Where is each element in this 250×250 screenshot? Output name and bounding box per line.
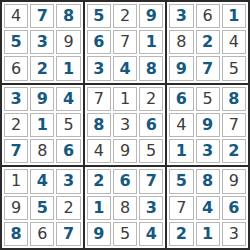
cell-r6c9[interactable]: 2 [222,139,246,163]
cell-r4c7[interactable]: 6 [169,87,193,111]
cell-r8c4[interactable]: 1 [87,196,111,220]
cell-r6c5[interactable]: 9 [113,139,137,163]
cell-r6c7[interactable]: 1 [169,139,193,163]
cell-r8c6[interactable]: 3 [139,196,163,220]
cell-r1c8[interactable]: 6 [196,4,220,28]
cell-r7c4[interactable]: 2 [87,169,111,193]
cell-r2c2[interactable]: 3 [30,30,54,54]
cell-r1c4[interactable]: 5 [87,4,111,28]
box-2: 529671348 [85,2,166,83]
cell-r4c2[interactable]: 9 [30,87,54,111]
cell-r3c1[interactable]: 6 [4,56,28,80]
cell-r8c7[interactable]: 7 [169,196,193,220]
cell-r1c1[interactable]: 4 [4,4,28,28]
cell-r1c6[interactable]: 9 [139,4,163,28]
box-4: 394215786 [2,85,83,166]
cell-r4c1[interactable]: 3 [4,87,28,111]
cell-r9c3[interactable]: 7 [56,222,80,246]
cell-r4c4[interactable]: 7 [87,87,111,111]
cell-r7c9[interactable]: 9 [222,169,246,193]
cell-r2c6[interactable]: 1 [139,30,163,54]
cell-r9c1[interactable]: 8 [4,222,28,246]
cell-r4c5[interactable]: 1 [113,87,137,111]
cell-r1c9[interactable]: 1 [222,4,246,28]
cell-r3c3[interactable]: 1 [56,56,80,80]
box-5: 712836495 [85,85,166,166]
box-9: 589746213 [167,167,248,248]
cell-r8c3[interactable]: 2 [56,196,80,220]
cell-r9c6[interactable]: 4 [139,222,163,246]
cell-r2c9[interactable]: 4 [222,30,246,54]
cell-r7c5[interactable]: 6 [113,169,137,193]
cell-r6c4[interactable]: 4 [87,139,111,163]
cell-r4c8[interactable]: 5 [196,87,220,111]
cell-r9c9[interactable]: 3 [222,222,246,246]
cell-r5c6[interactable]: 6 [139,113,163,137]
cell-r3c6[interactable]: 8 [139,56,163,80]
cell-r9c5[interactable]: 5 [113,222,137,246]
cell-r3c9[interactable]: 5 [222,56,246,80]
box-1: 478539621 [2,2,83,83]
cell-r2c4[interactable]: 6 [87,30,111,54]
cell-r3c2[interactable]: 2 [30,56,54,80]
cell-r3c8[interactable]: 7 [196,56,220,80]
cell-r8c9[interactable]: 6 [222,196,246,220]
cell-r7c7[interactable]: 5 [169,169,193,193]
cell-r4c9[interactable]: 8 [222,87,246,111]
box-6: 658497132 [167,85,248,166]
cell-r5c2[interactable]: 1 [30,113,54,137]
box-8: 267183954 [85,167,166,248]
cell-r2c1[interactable]: 5 [4,30,28,54]
cell-r6c8[interactable]: 3 [196,139,220,163]
cell-r8c5[interactable]: 8 [113,196,137,220]
cell-r9c8[interactable]: 1 [196,222,220,246]
cell-r5c4[interactable]: 8 [87,113,111,137]
box-3: 361824975 [167,2,248,83]
cell-r8c1[interactable]: 9 [4,196,28,220]
cell-r7c2[interactable]: 4 [30,169,54,193]
cell-r5c3[interactable]: 5 [56,113,80,137]
cell-r4c3[interactable]: 4 [56,87,80,111]
cell-r2c8[interactable]: 2 [196,30,220,54]
cell-r6c2[interactable]: 8 [30,139,54,163]
cell-r2c7[interactable]: 8 [169,30,193,54]
cell-r3c4[interactable]: 3 [87,56,111,80]
sudoku-board: 4785396215296713483618249753942157867128… [0,0,250,250]
cell-r1c5[interactable]: 2 [113,4,137,28]
cell-r1c2[interactable]: 7 [30,4,54,28]
cell-r6c1[interactable]: 7 [4,139,28,163]
cell-r5c9[interactable]: 7 [222,113,246,137]
cell-r9c7[interactable]: 2 [169,222,193,246]
cell-r7c8[interactable]: 8 [196,169,220,193]
cell-r5c7[interactable]: 4 [169,113,193,137]
cell-r8c2[interactable]: 5 [30,196,54,220]
cell-r3c7[interactable]: 9 [169,56,193,80]
cell-r6c6[interactable]: 5 [139,139,163,163]
cell-r8c8[interactable]: 4 [196,196,220,220]
cell-r1c7[interactable]: 3 [169,4,193,28]
box-7: 143952867 [2,167,83,248]
cell-r7c1[interactable]: 1 [4,169,28,193]
cell-r6c3[interactable]: 6 [56,139,80,163]
cell-r2c5[interactable]: 7 [113,30,137,54]
cell-r1c3[interactable]: 8 [56,4,80,28]
cell-r5c8[interactable]: 9 [196,113,220,137]
cell-r9c2[interactable]: 6 [30,222,54,246]
cell-r5c1[interactable]: 2 [4,113,28,137]
cell-r7c3[interactable]: 3 [56,169,80,193]
cell-r7c6[interactable]: 7 [139,169,163,193]
cell-r9c4[interactable]: 9 [87,222,111,246]
cell-r3c5[interactable]: 4 [113,56,137,80]
cell-r5c5[interactable]: 3 [113,113,137,137]
cell-r4c6[interactable]: 2 [139,87,163,111]
cell-r2c3[interactable]: 9 [56,30,80,54]
